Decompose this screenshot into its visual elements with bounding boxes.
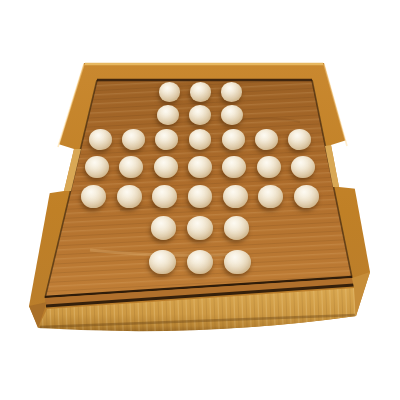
marble[interactable]: [81, 185, 106, 208]
marble[interactable]: [85, 156, 109, 178]
marble[interactable]: [222, 129, 245, 150]
marble[interactable]: [187, 250, 214, 275]
marble[interactable]: [291, 156, 315, 178]
marble[interactable]: [155, 129, 178, 150]
marble[interactable]: [187, 216, 213, 240]
marble[interactable]: [221, 82, 242, 102]
marble[interactable]: [258, 185, 283, 208]
marble[interactable]: [255, 129, 278, 150]
marble[interactable]: [159, 82, 180, 102]
marble[interactable]: [119, 156, 143, 178]
marble[interactable]: [188, 156, 212, 178]
marble[interactable]: [151, 216, 177, 240]
marble[interactable]: [149, 250, 176, 275]
marble[interactable]: [122, 129, 145, 150]
marble[interactable]: [190, 82, 211, 102]
marble[interactable]: [224, 250, 251, 275]
marble[interactable]: [257, 156, 281, 178]
marble[interactable]: [288, 129, 311, 150]
marble[interactable]: [157, 105, 179, 125]
marble[interactable]: [224, 216, 250, 240]
marble[interactable]: [89, 129, 112, 150]
marble[interactable]: [294, 185, 319, 208]
marble[interactable]: [188, 185, 213, 208]
marble-layer: [0, 0, 400, 400]
marble[interactable]: [221, 105, 243, 125]
marble[interactable]: [189, 105, 211, 125]
marble[interactable]: [189, 129, 212, 150]
marble[interactable]: [117, 185, 142, 208]
marble[interactable]: [223, 185, 248, 208]
solitaire-board-photo: [0, 0, 400, 400]
marble[interactable]: [154, 156, 178, 178]
marble[interactable]: [152, 185, 177, 208]
marble[interactable]: [222, 156, 246, 178]
